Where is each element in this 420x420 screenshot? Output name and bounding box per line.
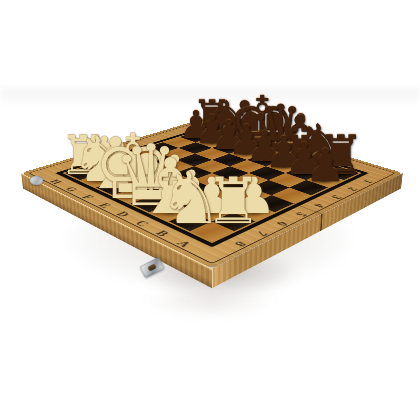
chess-set-photo: HGFEDCBA 12345678 ♞♝♛♚♝♞♜♜♟♟♟♟♟♟♟♟♟♟♟♟♟♟… <box>0 0 420 420</box>
board-3d-scene: HGFEDCBA 12345678 <box>77 38 347 308</box>
metal-hinge-knob-icon <box>30 176 43 185</box>
wooden-board: HGFEDCBA 12345678 <box>21 116 403 269</box>
